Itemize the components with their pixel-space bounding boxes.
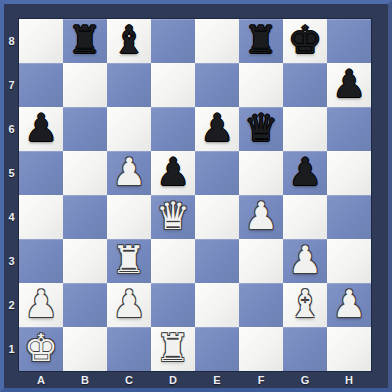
square-g6[interactable] [283,107,327,151]
piece-black-pawn-d5: ♟ [156,153,190,191]
square-d8[interactable] [151,19,195,63]
square-g4[interactable] [283,195,327,239]
square-b2[interactable] [63,283,107,327]
square-f1[interactable] [239,327,283,371]
square-c2[interactable]: ♟ [107,283,151,327]
square-d5[interactable]: ♟ [151,151,195,195]
square-d1[interactable]: ♜ [151,327,195,371]
square-f6[interactable]: ♛ [239,107,283,151]
square-d2[interactable] [151,283,195,327]
square-b8[interactable]: ♜ [63,19,107,63]
square-f4[interactable]: ♟ [239,195,283,239]
square-f5[interactable] [239,151,283,195]
square-h1[interactable] [327,327,371,371]
square-g2[interactable]: ♝ [283,283,327,327]
square-b5[interactable] [63,151,107,195]
rank-label-5: 5 [4,151,19,195]
square-c7[interactable] [107,63,151,107]
square-g3[interactable]: ♟ [283,239,327,283]
file-label-c: C [107,372,151,387]
square-e7[interactable] [195,63,239,107]
piece-black-king-g8: ♚ [288,21,322,59]
square-d4[interactable]: ♛ [151,195,195,239]
piece-white-bishop-g2: ♝ [288,285,322,323]
rank-label-6: 6 [4,107,19,151]
square-a3[interactable] [19,239,63,283]
square-c8[interactable]: ♝ [107,19,151,63]
piece-white-pawn-h2: ♟ [332,285,366,323]
rank-label-8: 8 [4,19,19,63]
file-label-f: F [239,372,283,387]
square-g5[interactable]: ♟ [283,151,327,195]
square-e8[interactable] [195,19,239,63]
piece-black-pawn-h7: ♟ [332,65,366,103]
rank-label-7: 7 [4,63,19,107]
square-e3[interactable] [195,239,239,283]
square-h3[interactable] [327,239,371,283]
piece-black-rook-f8: ♜ [244,21,278,59]
board-frame: 87654321 ♜♝♜♚♟♟♟♛♟♟♟♛♟♜♟♟♟♝♟♚♜ ABCDEFGH [0,0,392,392]
square-a2[interactable]: ♟ [19,283,63,327]
chess-board: ♜♝♜♚♟♟♟♛♟♟♟♛♟♜♟♟♟♝♟♚♜ [19,19,371,371]
square-g1[interactable] [283,327,327,371]
square-f8[interactable]: ♜ [239,19,283,63]
square-f2[interactable] [239,283,283,327]
square-c6[interactable] [107,107,151,151]
file-label-b: B [63,372,107,387]
square-h8[interactable] [327,19,371,63]
piece-white-pawn-c5: ♟ [112,153,146,191]
piece-black-pawn-a6: ♟ [24,109,58,147]
square-a1[interactable]: ♚ [19,327,63,371]
piece-white-rook-c3: ♜ [112,241,146,279]
square-e2[interactable] [195,283,239,327]
file-label-e: E [195,372,239,387]
square-a6[interactable]: ♟ [19,107,63,151]
square-a7[interactable] [19,63,63,107]
square-e4[interactable] [195,195,239,239]
piece-black-rook-b8: ♜ [68,21,102,59]
piece-white-pawn-g3: ♟ [288,241,322,279]
rank-label-1: 1 [4,327,19,371]
square-c4[interactable] [107,195,151,239]
square-a4[interactable] [19,195,63,239]
square-d7[interactable] [151,63,195,107]
square-h4[interactable] [327,195,371,239]
square-h5[interactable] [327,151,371,195]
file-label-d: D [151,372,195,387]
piece-white-pawn-f4: ♟ [244,197,278,235]
square-b6[interactable] [63,107,107,151]
square-h7[interactable]: ♟ [327,63,371,107]
square-c5[interactable]: ♟ [107,151,151,195]
square-d3[interactable] [151,239,195,283]
rank-label-2: 2 [4,283,19,327]
file-labels: ABCDEFGH [19,372,371,387]
square-b3[interactable] [63,239,107,283]
square-f3[interactable] [239,239,283,283]
square-c3[interactable]: ♜ [107,239,151,283]
file-label-h: H [327,372,371,387]
file-label-g: G [283,372,327,387]
piece-white-rook-d1: ♜ [156,329,190,367]
square-h2[interactable]: ♟ [327,283,371,327]
piece-white-queen-d4: ♛ [156,197,190,235]
square-b7[interactable] [63,63,107,107]
rank-label-3: 3 [4,239,19,283]
rank-labels: 87654321 [4,19,19,371]
square-g7[interactable] [283,63,327,107]
square-h6[interactable] [327,107,371,151]
square-e6[interactable]: ♟ [195,107,239,151]
piece-white-king-a1: ♚ [24,329,58,367]
square-b4[interactable] [63,195,107,239]
square-g8[interactable]: ♚ [283,19,327,63]
piece-white-pawn-a2: ♟ [24,285,58,323]
square-e1[interactable] [195,327,239,371]
square-f7[interactable] [239,63,283,107]
file-label-a: A [19,372,63,387]
square-d6[interactable] [151,107,195,151]
piece-black-bishop-c8: ♝ [112,21,146,59]
square-a5[interactable] [19,151,63,195]
piece-black-pawn-e6: ♟ [200,109,234,147]
piece-black-pawn-g5: ♟ [288,153,322,191]
piece-black-queen-f6: ♛ [244,109,278,147]
square-a8[interactable] [19,19,63,63]
square-e5[interactable] [195,151,239,195]
piece-white-pawn-c2: ♟ [112,285,146,323]
square-b1[interactable] [63,327,107,371]
rank-label-4: 4 [4,195,19,239]
square-c1[interactable] [107,327,151,371]
